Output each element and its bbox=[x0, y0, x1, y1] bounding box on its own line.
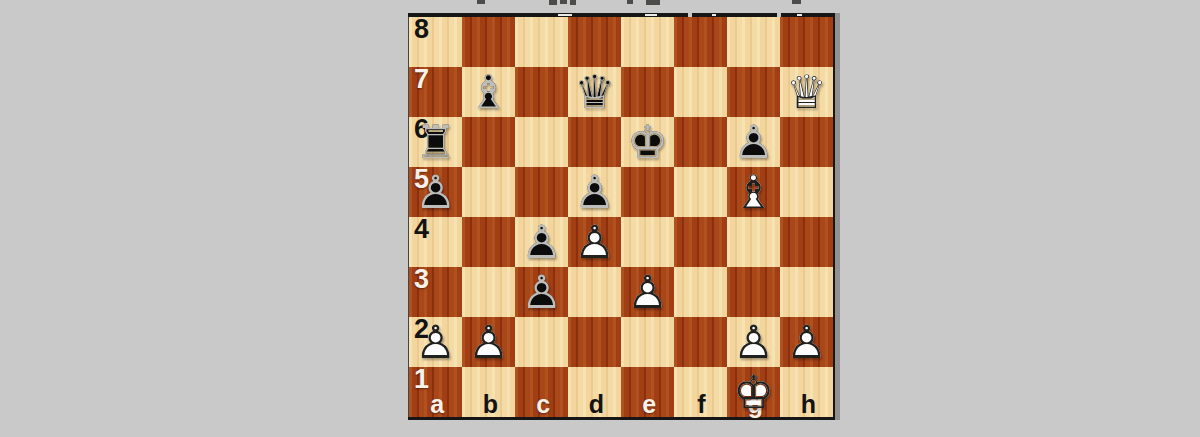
square-b1[interactable]: b bbox=[462, 367, 515, 417]
piece-glyph-outline: ♕ bbox=[780, 67, 833, 117]
piece-glyph-outline: ♙ bbox=[568, 167, 621, 217]
square-a7[interactable]: 7 bbox=[409, 67, 462, 117]
white-pawn[interactable]: ♟♙ bbox=[780, 317, 833, 367]
black-pawn[interactable]: ♟♙ bbox=[727, 117, 780, 167]
file-label-c: c bbox=[536, 390, 550, 419]
square-h8[interactable] bbox=[780, 17, 833, 67]
cropped-content-artifact bbox=[792, 0, 801, 4]
black-rook[interactable]: ♜♖ bbox=[409, 117, 462, 167]
cropped-content-artifact bbox=[570, 0, 576, 5]
square-d4[interactable]: ♟♙ bbox=[568, 217, 621, 267]
square-h5[interactable] bbox=[780, 167, 833, 217]
square-f6[interactable] bbox=[674, 117, 727, 167]
square-h2[interactable]: ♟♙ bbox=[780, 317, 833, 367]
square-f5[interactable] bbox=[674, 167, 727, 217]
square-g6[interactable]: ♟♙ bbox=[727, 117, 780, 167]
cropped-content-artifact bbox=[560, 0, 567, 4]
square-e1[interactable]: e bbox=[621, 367, 674, 417]
piece-glyph-outline: ♙ bbox=[727, 317, 780, 367]
square-a8[interactable]: 8 bbox=[409, 17, 462, 67]
rank-label-3: 3 bbox=[414, 264, 429, 295]
square-f7[interactable] bbox=[674, 67, 727, 117]
piece-glyph-outline: ♔ bbox=[621, 117, 674, 167]
file-label-a: a bbox=[430, 390, 444, 419]
border-speck bbox=[558, 14, 572, 16]
square-d7[interactable]: ♛♕ bbox=[568, 67, 621, 117]
square-e2[interactable] bbox=[621, 317, 674, 367]
file-label-b: b bbox=[483, 390, 498, 419]
square-e4[interactable] bbox=[621, 217, 674, 267]
piece-glyph-outline: ♙ bbox=[409, 317, 462, 367]
piece-glyph-outline: ♙ bbox=[462, 317, 515, 367]
black-pawn[interactable]: ♟♙ bbox=[409, 167, 462, 217]
black-pawn[interactable]: ♟♙ bbox=[515, 217, 568, 267]
white-pawn[interactable]: ♟♙ bbox=[462, 317, 515, 367]
square-f1[interactable]: f bbox=[674, 367, 727, 417]
white-pawn[interactable]: ♟♙ bbox=[727, 317, 780, 367]
white-pawn[interactable]: ♟♙ bbox=[621, 267, 674, 317]
piece-glyph-outline: ♙ bbox=[515, 217, 568, 267]
border-speck bbox=[645, 14, 657, 16]
square-g1[interactable]: g♚♔ bbox=[727, 367, 780, 417]
square-h4[interactable] bbox=[780, 217, 833, 267]
square-f8[interactable] bbox=[674, 17, 727, 67]
square-a1[interactable]: 1a bbox=[409, 367, 462, 417]
black-pawn[interactable]: ♟♙ bbox=[515, 267, 568, 317]
cropped-content-artifact bbox=[477, 0, 485, 4]
square-g7[interactable] bbox=[727, 67, 780, 117]
square-e6[interactable]: ♚♔ bbox=[621, 117, 674, 167]
square-a2[interactable]: 2♟♙ bbox=[409, 317, 462, 367]
file-label-e: e bbox=[642, 390, 656, 419]
white-pawn[interactable]: ♟♙ bbox=[409, 317, 462, 367]
file-label-d: d bbox=[589, 390, 604, 419]
piece-glyph-outline: ♔ bbox=[727, 367, 780, 417]
square-e7[interactable] bbox=[621, 67, 674, 117]
square-d5[interactable]: ♟♙ bbox=[568, 167, 621, 217]
white-pawn[interactable]: ♟♙ bbox=[568, 217, 621, 267]
square-a3[interactable]: 3 bbox=[409, 267, 462, 317]
square-f4[interactable] bbox=[674, 217, 727, 267]
chess-board-frame: 87♝♗♛♕♛♕6♜♖♚♔♟♙5♟♙♟♙♝♗4♟♙♟♙3♟♙♟♙2♟♙♟♙♟♙♟… bbox=[408, 13, 840, 420]
square-c8[interactable] bbox=[515, 17, 568, 67]
border-speck bbox=[797, 14, 802, 16]
square-b6[interactable] bbox=[462, 117, 515, 167]
square-g2[interactable]: ♟♙ bbox=[727, 317, 780, 367]
square-c2[interactable] bbox=[515, 317, 568, 367]
square-g4[interactable] bbox=[727, 217, 780, 267]
piece-glyph-outline: ♙ bbox=[568, 217, 621, 267]
square-c4[interactable]: ♟♙ bbox=[515, 217, 568, 267]
square-a4[interactable]: 4 bbox=[409, 217, 462, 267]
square-e3[interactable]: ♟♙ bbox=[621, 267, 674, 317]
piece-glyph-outline: ♙ bbox=[621, 267, 674, 317]
square-g3[interactable] bbox=[727, 267, 780, 317]
rank-label-7: 7 bbox=[414, 64, 429, 95]
square-e5[interactable] bbox=[621, 167, 674, 217]
square-b2[interactable]: ♟♙ bbox=[462, 317, 515, 367]
black-pawn[interactable]: ♟♙ bbox=[568, 167, 621, 217]
square-b3[interactable] bbox=[462, 267, 515, 317]
chess-board: 87♝♗♛♕♛♕6♜♖♚♔♟♙5♟♙♟♙♝♗4♟♙♟♙3♟♙♟♙2♟♙♟♙♟♙♟… bbox=[408, 17, 835, 417]
board-right-edge bbox=[835, 13, 840, 420]
square-c1[interactable]: c bbox=[515, 367, 568, 417]
square-c5[interactable] bbox=[515, 167, 568, 217]
piece-glyph-outline: ♙ bbox=[515, 267, 568, 317]
border-speck bbox=[712, 14, 716, 16]
piece-glyph-outline: ♗ bbox=[727, 167, 780, 217]
file-label-f: f bbox=[697, 390, 705, 419]
cropped-content-artifact bbox=[549, 0, 557, 5]
square-d3[interactable] bbox=[568, 267, 621, 317]
square-d2[interactable] bbox=[568, 317, 621, 367]
black-bishop[interactable]: ♝♗ bbox=[462, 67, 515, 117]
rank-label-8: 8 bbox=[414, 14, 429, 45]
piece-glyph-outline: ♕ bbox=[568, 67, 621, 117]
piece-glyph-outline: ♖ bbox=[409, 117, 462, 167]
square-f2[interactable] bbox=[674, 317, 727, 367]
black-queen[interactable]: ♛♕ bbox=[568, 67, 621, 117]
white-king[interactable]: ♚♔ bbox=[727, 367, 780, 417]
square-h6[interactable] bbox=[780, 117, 833, 167]
square-b8[interactable] bbox=[462, 17, 515, 67]
black-king[interactable]: ♚♔ bbox=[621, 117, 674, 167]
piece-glyph-outline: ♗ bbox=[462, 67, 515, 117]
piece-glyph-outline: ♙ bbox=[409, 167, 462, 217]
square-b7[interactable]: ♝♗ bbox=[462, 67, 515, 117]
square-c7[interactable] bbox=[515, 67, 568, 117]
square-d6[interactable] bbox=[568, 117, 621, 167]
white-queen[interactable]: ♛♕ bbox=[780, 67, 833, 117]
cropped-content-artifact bbox=[627, 0, 633, 4]
square-d8[interactable] bbox=[568, 17, 621, 67]
square-g8[interactable] bbox=[727, 17, 780, 67]
square-a6[interactable]: 6♜♖ bbox=[409, 117, 462, 167]
square-b4[interactable] bbox=[462, 217, 515, 267]
square-b5[interactable] bbox=[462, 167, 515, 217]
square-e8[interactable] bbox=[621, 17, 674, 67]
piece-glyph-outline: ♙ bbox=[727, 117, 780, 167]
square-f3[interactable] bbox=[674, 267, 727, 317]
square-d1[interactable]: d bbox=[568, 367, 621, 417]
square-h7[interactable]: ♛♕ bbox=[780, 67, 833, 117]
square-c6[interactable] bbox=[515, 117, 568, 167]
square-c3[interactable]: ♟♙ bbox=[515, 267, 568, 317]
file-label-h: h bbox=[801, 390, 816, 419]
square-g5[interactable]: ♝♗ bbox=[727, 167, 780, 217]
cropped-content-artifact bbox=[646, 0, 660, 5]
white-bishop[interactable]: ♝♗ bbox=[727, 167, 780, 217]
piece-glyph-outline: ♙ bbox=[780, 317, 833, 367]
square-a5[interactable]: 5♟♙ bbox=[409, 167, 462, 217]
square-h1[interactable]: h bbox=[780, 367, 833, 417]
square-h3[interactable] bbox=[780, 267, 833, 317]
